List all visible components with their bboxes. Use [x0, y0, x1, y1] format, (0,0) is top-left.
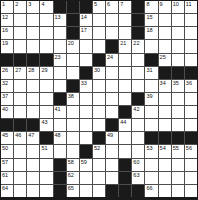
white-cell-r8c3[interactable]: [27, 93, 39, 105]
clue-number-50: 50: [2, 145, 8, 151]
white-cell-r1c2[interactable]: 2: [14, 1, 26, 13]
white-cell-r15c12[interactable]: 66: [145, 185, 157, 197]
white-cell-r8c2[interactable]: [14, 93, 26, 105]
white-cell-r12c12[interactable]: 53: [145, 145, 157, 157]
white-cell-r12c2[interactable]: [14, 145, 26, 157]
white-cell-r11c3[interactable]: 47: [27, 132, 39, 144]
white-cell-r7c2[interactable]: [14, 80, 26, 92]
white-cell-r15c14[interactable]: [172, 185, 184, 197]
white-cell-r7c15[interactable]: 36: [185, 80, 197, 92]
black-cell-r11c12: [145, 132, 157, 144]
white-cell-r14c2[interactable]: [14, 172, 26, 184]
white-cell-r7c10[interactable]: [119, 80, 131, 92]
white-cell-r3c3[interactable]: [27, 27, 39, 39]
white-cell-r3c5[interactable]: [54, 27, 66, 39]
clue-number-8: 8: [146, 1, 149, 7]
black-cell-r5c4: [40, 54, 52, 66]
white-cell-r9c8[interactable]: [93, 106, 105, 118]
black-cell-r7c6: [67, 80, 79, 92]
black-cell-r15c10: [119, 185, 131, 197]
black-cell-r1c7: [80, 1, 92, 13]
clue-number-62: 62: [68, 172, 74, 178]
white-cell-r8c10[interactable]: [119, 93, 131, 105]
black-cell-r6c13: [159, 67, 171, 79]
crossword-board: 1234567891011121314151617181920212223242…: [0, 0, 198, 200]
white-cell-r5c7[interactable]: [80, 54, 92, 66]
white-cell-r13c2[interactable]: [14, 159, 26, 171]
white-cell-r15c3[interactable]: [27, 185, 39, 197]
white-cell-r10c12[interactable]: [145, 119, 157, 131]
white-cell-r9c1[interactable]: 40: [1, 106, 13, 118]
white-cell-r11c2[interactable]: 46: [14, 132, 26, 144]
white-cell-r3c10[interactable]: [119, 27, 131, 39]
white-cell-r6c10[interactable]: [119, 67, 131, 79]
white-cell-r6c11[interactable]: [132, 67, 144, 79]
black-cell-r5c3: [27, 54, 39, 66]
clue-number-36: 36: [186, 80, 192, 86]
black-cell-r10c1: [1, 119, 13, 131]
white-cell-r8c6[interactable]: 38: [67, 93, 79, 105]
white-cell-r10c6[interactable]: [67, 119, 79, 131]
white-cell-r2c1[interactable]: 12: [1, 14, 13, 26]
white-cell-r4c3[interactable]: [27, 40, 39, 52]
white-cell-r9c15[interactable]: [185, 106, 197, 118]
clue-number-27: 27: [15, 67, 21, 73]
white-cell-r7c5[interactable]: [54, 80, 66, 92]
white-cell-r13c3[interactable]: [27, 159, 39, 171]
white-cell-r10c7[interactable]: [80, 119, 92, 131]
clue-number-19: 19: [2, 40, 8, 46]
white-cell-r5c14[interactable]: [172, 54, 184, 66]
clue-number-26: 26: [2, 67, 8, 73]
white-cell-r5c6[interactable]: [67, 54, 79, 66]
white-cell-r9c9[interactable]: [106, 106, 118, 118]
white-cell-r14c11[interactable]: 63: [132, 172, 144, 184]
white-cell-r9c7[interactable]: [80, 106, 92, 118]
white-cell-r12c3[interactable]: [27, 145, 39, 157]
white-cell-r2c13[interactable]: [159, 14, 171, 26]
clue-number-58: 58: [68, 159, 74, 165]
white-cell-r6c8[interactable]: 30: [93, 67, 105, 79]
white-cell-r5c10[interactable]: [119, 54, 131, 66]
clue-number-61: 61: [2, 172, 8, 178]
white-cell-r2c2[interactable]: [14, 14, 26, 26]
black-cell-r3c6: [67, 27, 79, 39]
black-cell-r6c15: [185, 67, 197, 79]
black-cell-r9c10: [119, 106, 131, 118]
white-cell-r15c2[interactable]: [14, 185, 26, 197]
white-cell-r3c9[interactable]: [106, 27, 118, 39]
white-cell-r11c10[interactable]: [119, 132, 131, 144]
clue-number-10: 10: [173, 1, 179, 7]
black-cell-r5c12: [145, 54, 157, 66]
black-cell-r11c8: [93, 132, 105, 144]
clue-number-30: 30: [94, 67, 100, 73]
black-cell-r1c11: [132, 1, 144, 13]
black-cell-r5c2: [14, 54, 26, 66]
clue-number-65: 65: [68, 185, 74, 191]
white-cell-r13c4[interactable]: [40, 159, 52, 171]
clue-number-1: 1: [2, 1, 5, 7]
white-cell-r12c5[interactable]: [54, 145, 66, 157]
black-cell-r10c3: [27, 119, 39, 131]
white-cell-r14c9[interactable]: [106, 172, 118, 184]
white-cell-r14c15[interactable]: [185, 172, 197, 184]
white-cell-r3c14[interactable]: [172, 27, 184, 39]
white-cell-r1c4[interactable]: 4: [40, 1, 52, 13]
black-cell-r8c5: [54, 93, 66, 105]
white-cell-r10c11[interactable]: [132, 119, 144, 131]
white-cell-r7c1[interactable]: 32: [1, 80, 13, 92]
clue-number-39: 39: [146, 93, 152, 99]
black-cell-r14c10: [119, 172, 131, 184]
clue-number-42: 42: [133, 106, 139, 112]
white-cell-r13c6[interactable]: 58: [67, 159, 79, 171]
clue-number-23: 23: [55, 54, 61, 60]
clue-number-33: 33: [81, 80, 87, 86]
black-cell-r5c8: [93, 54, 105, 66]
white-cell-r6c9[interactable]: [106, 67, 118, 79]
white-cell-r1c3[interactable]: 3: [27, 1, 39, 13]
white-cell-r12c10[interactable]: [119, 145, 131, 157]
white-cell-r8c12[interactable]: 39: [145, 93, 157, 105]
white-cell-r14c4[interactable]: [40, 172, 52, 184]
white-cell-r12c15[interactable]: 56: [185, 145, 197, 157]
white-cell-r11c5[interactable]: 48: [54, 132, 66, 144]
clue-number-21: 21: [120, 40, 126, 46]
white-cell-r15c13[interactable]: [159, 185, 171, 197]
clue-number-49: 49: [107, 132, 113, 138]
black-cell-r15c9: [106, 185, 118, 197]
white-cell-r10c4[interactable]: 43: [40, 119, 52, 131]
white-cell-r12c14[interactable]: 55: [172, 145, 184, 157]
white-cell-r9c3[interactable]: [27, 106, 39, 118]
white-cell-r1c9[interactable]: 6: [106, 1, 118, 13]
white-cell-r9c12[interactable]: [145, 106, 157, 118]
white-cell-r4c5[interactable]: [54, 40, 66, 52]
black-cell-r10c9: [106, 119, 118, 131]
white-cell-r10c8[interactable]: [93, 119, 105, 131]
white-cell-r8c7[interactable]: [80, 93, 92, 105]
white-cell-r15c15[interactable]: [185, 185, 197, 197]
white-cell-r1c15[interactable]: 11: [185, 1, 197, 13]
white-cell-r7c9[interactable]: [106, 80, 118, 92]
white-cell-r4c4[interactable]: [40, 40, 52, 52]
clue-number-15: 15: [146, 14, 152, 20]
black-cell-r1c5: [54, 1, 66, 13]
clue-number-40: 40: [2, 106, 8, 112]
white-cell-r8c9[interactable]: [106, 93, 118, 105]
clue-number-9: 9: [160, 1, 163, 7]
clue-number-2: 2: [15, 1, 18, 7]
clue-number-7: 7: [120, 1, 123, 7]
white-cell-r2c7[interactable]: 14: [80, 14, 92, 26]
clue-number-46: 46: [15, 132, 21, 138]
white-cell-r9c11[interactable]: 42: [132, 106, 144, 118]
white-cell-r4c15[interactable]: [185, 40, 197, 52]
white-cell-r9c4[interactable]: [40, 106, 52, 118]
black-cell-r14c5: [54, 172, 66, 184]
white-cell-r13c11[interactable]: 60: [132, 159, 144, 171]
black-cell-r15c11: [132, 185, 144, 197]
clue-number-6: 6: [107, 1, 110, 7]
white-cell-r10c13[interactable]: [159, 119, 171, 131]
white-cell-r13c9[interactable]: [106, 159, 118, 171]
clue-number-53: 53: [146, 145, 152, 151]
white-cell-r5c11[interactable]: [132, 54, 144, 66]
clue-number-64: 64: [2, 185, 8, 191]
white-cell-r14c12[interactable]: [145, 172, 157, 184]
black-cell-r13c10: [119, 159, 131, 171]
clue-number-25: 25: [160, 54, 166, 60]
black-cell-r2c11: [132, 14, 144, 26]
clue-number-47: 47: [28, 132, 34, 138]
white-cell-r4c2[interactable]: [14, 40, 26, 52]
white-cell-r2c10[interactable]: [119, 14, 131, 26]
white-cell-r6c5[interactable]: [54, 67, 66, 79]
white-cell-r2c9[interactable]: [106, 14, 118, 26]
white-cell-r6c6[interactable]: [67, 67, 79, 79]
white-cell-r11c7[interactable]: [80, 132, 92, 144]
black-cell-r5c1: [1, 54, 13, 66]
white-cell-r12c8[interactable]: 52: [93, 145, 105, 157]
white-cell-r13c1[interactable]: 57: [1, 159, 13, 171]
clue-number-28: 28: [28, 67, 34, 73]
clue-number-12: 12: [2, 14, 8, 20]
white-cell-r3c4[interactable]: [40, 27, 52, 39]
white-cell-r5c5[interactable]: 23: [54, 54, 66, 66]
clue-number-43: 43: [41, 119, 47, 125]
clue-number-60: 60: [133, 159, 139, 165]
white-cell-r14c6[interactable]: 62: [67, 172, 79, 184]
clue-number-54: 54: [160, 145, 166, 151]
clue-number-45: 45: [2, 132, 8, 138]
white-cell-r8c15[interactable]: [185, 93, 197, 105]
white-cell-r14c3[interactable]: [27, 172, 39, 184]
white-cell-r8c4[interactable]: [40, 93, 52, 105]
white-cell-r3c15[interactable]: [185, 27, 197, 39]
clue-number-20: 20: [68, 40, 74, 46]
white-cell-r7c14[interactable]: 35: [172, 80, 184, 92]
clue-number-57: 57: [2, 159, 8, 165]
white-cell-r2c3[interactable]: [27, 14, 39, 26]
white-cell-r11c1[interactable]: 45: [1, 132, 13, 144]
white-cell-r3c1[interactable]: 16: [1, 27, 13, 39]
white-cell-r6c12[interactable]: 31: [145, 67, 157, 79]
white-cell-r2c14[interactable]: [172, 14, 184, 26]
black-cell-r6c7: [80, 67, 92, 79]
clue-number-56: 56: [186, 145, 192, 151]
white-cell-r8c8[interactable]: [93, 93, 105, 105]
white-cell-r1c13[interactable]: 9: [159, 1, 171, 13]
clue-number-41: 41: [55, 106, 61, 112]
clue-number-66: 66: [146, 185, 152, 191]
white-cell-r2c5[interactable]: 13: [54, 14, 66, 26]
clue-number-34: 34: [160, 80, 166, 86]
clue-number-11: 11: [186, 1, 192, 7]
black-cell-r2c6: [67, 14, 79, 26]
white-cell-r5c15[interactable]: [185, 54, 197, 66]
white-cell-r3c8[interactable]: [93, 27, 105, 39]
white-cell-r12c9[interactable]: [106, 145, 118, 157]
white-cell-r2c8[interactable]: [93, 14, 105, 26]
white-cell-r6c3[interactable]: 28: [27, 67, 39, 79]
clue-number-32: 32: [2, 80, 8, 86]
white-cell-r1c12[interactable]: 8: [145, 1, 157, 13]
clue-number-31: 31: [146, 67, 152, 73]
white-cell-r7c8[interactable]: [93, 80, 105, 92]
white-cell-r15c8[interactable]: [93, 185, 105, 197]
white-cell-r7c4[interactable]: [40, 80, 52, 92]
white-cell-r8c1[interactable]: 37: [1, 93, 13, 105]
clue-number-22: 22: [133, 40, 139, 46]
white-cell-r15c7[interactable]: [80, 185, 92, 197]
white-cell-r15c6[interactable]: 65: [67, 185, 79, 197]
black-cell-r1c6: [67, 1, 79, 13]
white-cell-r7c12[interactable]: [145, 80, 157, 92]
white-cell-r5c9[interactable]: 24: [106, 54, 118, 66]
clue-number-16: 16: [2, 27, 8, 33]
white-cell-r10c14[interactable]: [172, 119, 184, 131]
clue-number-44: 44: [120, 119, 126, 125]
white-cell-r1c1[interactable]: 1: [1, 1, 13, 13]
clue-number-38: 38: [68, 93, 74, 99]
white-cell-r12c13[interactable]: 54: [159, 145, 171, 157]
white-cell-r4c6[interactable]: 20: [67, 40, 79, 52]
white-cell-r4c12[interactable]: [145, 40, 157, 52]
white-cell-r4c8[interactable]: [93, 40, 105, 52]
white-cell-r11c6[interactable]: [67, 132, 79, 144]
clue-number-17: 17: [81, 27, 87, 33]
white-cell-r10c10[interactable]: 44: [119, 119, 131, 131]
black-cell-r11c13: [159, 132, 171, 144]
clue-number-24: 24: [107, 54, 113, 60]
white-cell-r13c7[interactable]: 59: [80, 159, 92, 171]
white-cell-r4c14[interactable]: [172, 40, 184, 52]
clue-number-59: 59: [81, 159, 87, 165]
black-cell-r12c7: [80, 145, 92, 157]
white-cell-r2c4[interactable]: [40, 14, 52, 26]
clue-number-18: 18: [146, 27, 152, 33]
white-cell-r8c14[interactable]: [172, 93, 184, 105]
white-cell-r15c4[interactable]: [40, 185, 52, 197]
white-cell-r14c14[interactable]: [172, 172, 184, 184]
white-cell-r13c12[interactable]: [145, 159, 157, 171]
white-cell-r9c14[interactable]: [172, 106, 184, 118]
white-cell-r12c4[interactable]: 51: [40, 145, 52, 157]
clue-number-3: 3: [28, 1, 31, 7]
white-cell-r12c1[interactable]: 50: [1, 145, 13, 157]
black-cell-r3c11: [132, 27, 144, 39]
black-cell-r11c14: [172, 132, 184, 144]
white-cell-r14c7[interactable]: [80, 172, 92, 184]
white-cell-r2c12[interactable]: 15: [145, 14, 157, 26]
white-cell-r11c9[interactable]: 49: [106, 132, 118, 144]
white-cell-r12c11[interactable]: [132, 145, 144, 157]
white-cell-r7c3[interactable]: [27, 80, 39, 92]
white-cell-r3c7[interactable]: 17: [80, 27, 92, 39]
clue-number-13: 13: [55, 14, 61, 20]
white-cell-r11c11[interactable]: [132, 132, 144, 144]
white-cell-r4c11[interactable]: 22: [132, 40, 144, 52]
white-cell-r6c2[interactable]: 27: [14, 67, 26, 79]
white-cell-r14c8[interactable]: [93, 172, 105, 184]
black-cell-r11c4: [40, 132, 52, 144]
white-cell-r4c1[interactable]: 19: [1, 40, 13, 52]
white-cell-r7c11[interactable]: [132, 80, 144, 92]
white-cell-r6c1[interactable]: 26: [1, 67, 13, 79]
clue-number-37: 37: [2, 93, 8, 99]
white-cell-r3c12[interactable]: 18: [145, 27, 157, 39]
white-cell-r4c7[interactable]: [80, 40, 92, 52]
white-cell-r1c8[interactable]: 5: [93, 1, 105, 13]
clue-number-29: 29: [41, 67, 47, 73]
black-cell-r8c11: [132, 93, 144, 105]
white-cell-r13c8[interactable]: [93, 159, 105, 171]
white-cell-r12c6[interactable]: [67, 145, 79, 157]
white-cell-r1c14[interactable]: 10: [172, 1, 184, 13]
black-cell-r4c9: [106, 40, 118, 52]
white-cell-r14c13[interactable]: [159, 172, 171, 184]
white-cell-r9c5[interactable]: 41: [54, 106, 66, 118]
white-cell-r7c7[interactable]: 33: [80, 80, 92, 92]
clue-number-63: 63: [133, 172, 139, 178]
clue-number-48: 48: [55, 132, 61, 138]
clue-number-52: 52: [94, 145, 100, 151]
white-cell-r13c14[interactable]: [172, 159, 184, 171]
white-cell-r3c2[interactable]: [14, 27, 26, 39]
clue-number-55: 55: [173, 145, 179, 151]
white-cell-r9c2[interactable]: [14, 106, 26, 118]
clue-number-4: 4: [41, 1, 44, 7]
white-cell-r6c4[interactable]: 29: [40, 67, 52, 79]
clue-number-51: 51: [41, 145, 47, 151]
white-cell-r4c13[interactable]: [159, 40, 171, 52]
white-cell-r3c13[interactable]: [159, 27, 171, 39]
black-cell-r6c14: [172, 67, 184, 79]
white-cell-r7c13[interactable]: 34: [159, 80, 171, 92]
black-cell-r13c5: [54, 159, 66, 171]
white-cell-r5c13[interactable]: 25: [159, 54, 171, 66]
white-cell-r14c1[interactable]: 61: [1, 172, 13, 184]
white-cell-r15c1[interactable]: 64: [1, 185, 13, 197]
white-cell-r10c15[interactable]: [185, 119, 197, 131]
white-cell-r13c15[interactable]: [185, 159, 197, 171]
clue-number-35: 35: [173, 80, 179, 86]
clue-number-14: 14: [81, 14, 87, 20]
black-cell-r11c15: [185, 132, 197, 144]
white-cell-r9c6[interactable]: [67, 106, 79, 118]
white-cell-r10c5[interactable]: [54, 119, 66, 131]
white-cell-r9c13[interactable]: [159, 106, 171, 118]
black-cell-r15c5: [54, 185, 66, 197]
white-cell-r1c10[interactable]: 7: [119, 1, 131, 13]
black-cell-r10c2: [14, 119, 26, 131]
white-cell-r8c13[interactable]: [159, 93, 171, 105]
white-cell-r4c10[interactable]: 21: [119, 40, 131, 52]
white-cell-r13c13[interactable]: [159, 159, 171, 171]
white-cell-r2c15[interactable]: [185, 14, 197, 26]
clue-number-5: 5: [94, 1, 97, 7]
